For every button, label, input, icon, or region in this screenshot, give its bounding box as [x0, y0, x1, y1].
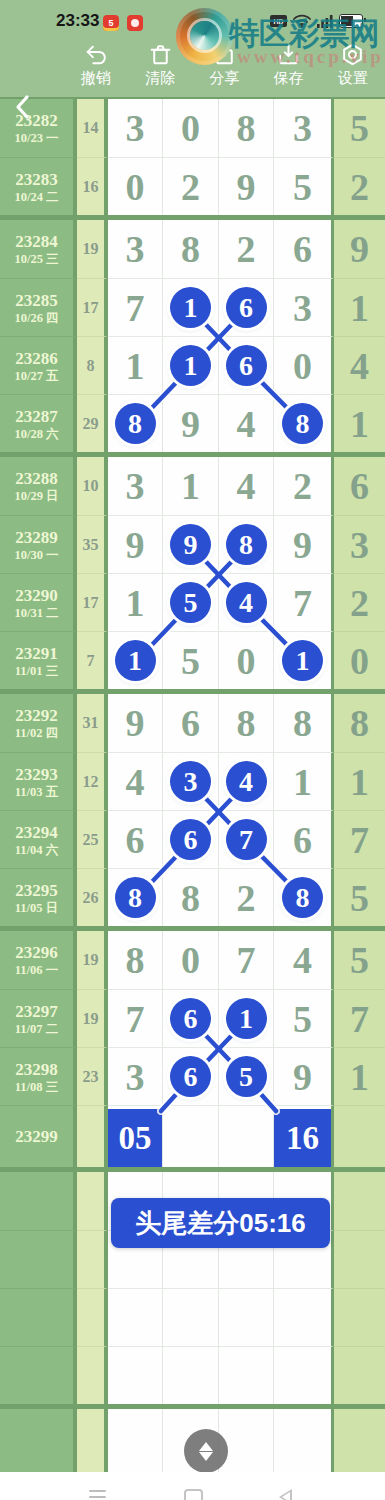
sum-cell: 25	[77, 810, 108, 868]
digit-cell[interactable]	[274, 1288, 334, 1346]
digit-cell[interactable]: 4	[274, 931, 334, 989]
draw-date: 10/28 六	[14, 427, 58, 441]
digit-cell[interactable]	[163, 1288, 219, 1346]
sum-cell	[77, 1409, 108, 1474]
save-button[interactable]: 保存	[257, 42, 321, 86]
tail-digit-cell	[334, 1288, 385, 1346]
period-cell: 2329411/04 六	[0, 810, 77, 868]
sum-cell: 23	[77, 1047, 108, 1105]
digit-cell[interactable]: 9	[219, 157, 274, 215]
digit-cell[interactable]: 6	[274, 220, 334, 278]
sum-cell	[77, 1105, 108, 1167]
draw-date: 11/07 二	[15, 1022, 58, 1036]
digit-cell[interactable]: 7	[219, 810, 274, 868]
sum-cell: 19	[77, 989, 108, 1047]
digit-cell[interactable]: 8	[108, 931, 163, 989]
circled-digit[interactable]: 3	[170, 761, 211, 802]
period-number: 23290	[15, 586, 58, 606]
digit-cell[interactable]: 8	[274, 868, 334, 926]
circled-digit[interactable]: 6	[226, 345, 267, 386]
digit-cell[interactable]	[108, 1346, 163, 1404]
circled-digit[interactable]: 6	[226, 287, 267, 328]
period-number: 23299	[15, 1127, 58, 1147]
digit-cell[interactable]: 0	[163, 99, 219, 157]
sum-cell: 31	[77, 694, 108, 752]
tail-digit-cell: 5	[334, 868, 385, 926]
undo-label: 撤销	[81, 70, 111, 86]
period-number: 23292	[15, 706, 58, 726]
board-row: 2329311/03 五1243411	[0, 752, 385, 810]
period-cell: 2329711/07 二	[0, 989, 77, 1047]
digit-cell[interactable]: 7	[219, 931, 274, 989]
status-time: 23:33	[56, 11, 99, 31]
board-row: 2328610/27 五811604	[0, 336, 385, 394]
board-row: 2328510/26 四1771631	[0, 278, 385, 336]
android-nav-bar	[0, 1472, 385, 1500]
digit-cell[interactable]: 4	[108, 752, 163, 810]
digit-cell[interactable]: 8	[274, 394, 334, 452]
board-row: 2328310/24 二1602952	[0, 157, 385, 215]
digit-cell[interactable]: 9	[163, 515, 219, 573]
period-cell: 2329211/02 四	[0, 694, 77, 752]
board-row: 2328710/28 六2989481	[0, 394, 385, 452]
recents-menu-icon[interactable]	[89, 1490, 106, 1500]
sum-cell: 17	[77, 278, 108, 336]
circled-digit[interactable]: 7	[226, 819, 267, 860]
sum-cell: 29	[77, 394, 108, 452]
period-number: 23287	[15, 407, 58, 427]
digit-cell[interactable]: 8	[163, 868, 219, 926]
settings-icon	[340, 42, 365, 67]
scroll-toggle-button[interactable]	[184, 1429, 228, 1473]
circled-digit[interactable]: 1	[226, 998, 267, 1039]
tail-digit-cell: 7	[334, 989, 385, 1047]
digit-cell[interactable]: 1	[274, 631, 334, 689]
settings-label: 设置	[338, 70, 368, 86]
digit-cell[interactable]: 3	[163, 752, 219, 810]
tail-digit-cell: 2	[334, 157, 385, 215]
period-cell	[0, 1172, 77, 1230]
digit-cell[interactable]: 5	[163, 631, 219, 689]
tail-digit-cell	[334, 1409, 385, 1474]
prediction-box[interactable]: 16	[274, 1109, 331, 1167]
annotation-banner[interactable]: 头尾差分05:16	[111, 1198, 330, 1248]
digit-cell[interactable]: 7	[274, 573, 334, 631]
digit-cell[interactable]: 5	[274, 157, 334, 215]
digit-cell[interactable]	[219, 1105, 274, 1167]
tail-digit-cell	[334, 1346, 385, 1404]
period-number: 23298	[15, 1060, 58, 1080]
period-cell: 2329311/03 五	[0, 752, 77, 810]
board-row: 2329010/31 二1715472	[0, 573, 385, 631]
digit-cell[interactable]: 1	[163, 278, 219, 336]
digit-cell[interactable]: 8	[274, 694, 334, 752]
digit-cell[interactable]	[163, 1105, 219, 1167]
app-screen: 23:33 5 HD 特区彩票网 www.tqcp.vip	[0, 0, 385, 1500]
digit-cell[interactable]: 1	[163, 457, 219, 515]
digit-cell[interactable]: 1	[108, 631, 163, 689]
period-cell	[0, 1288, 77, 1346]
circled-digit[interactable]: 9	[170, 524, 211, 565]
sum-cell: 35	[77, 515, 108, 573]
digit-cell[interactable]: 6	[163, 694, 219, 752]
period-number: 23293	[15, 765, 58, 785]
circled-digit[interactable]: 8	[115, 877, 156, 918]
digit-cell[interactable]: 9	[274, 515, 334, 573]
digit-cell[interactable]	[219, 1288, 274, 1346]
notification-app-icon-2	[127, 15, 143, 31]
clear-label: 清除	[145, 70, 175, 86]
status-bar: 23:33 5 HD	[0, 0, 385, 38]
digit-cell[interactable]: 3	[108, 1047, 163, 1105]
period-cell	[0, 1346, 77, 1404]
undo-icon	[84, 42, 109, 67]
digit-cell[interactable]: 0	[274, 336, 334, 394]
digit-cell[interactable]: 7	[108, 989, 163, 1047]
draw-date: 10/25 三	[14, 252, 58, 266]
period-cell: 2328610/27 五	[0, 336, 77, 394]
sum-cell: 10	[77, 457, 108, 515]
digit-cell[interactable]	[163, 1346, 219, 1404]
period-cell	[0, 1230, 77, 1288]
period-number: 23289	[15, 528, 58, 548]
digit-cell[interactable]: 3	[274, 99, 334, 157]
period-cell: 2328910/30 一	[0, 515, 77, 573]
sum-cell: 17	[77, 573, 108, 631]
digit-cell[interactable]: 7	[108, 278, 163, 336]
prediction-box[interactable]: 05	[108, 1109, 162, 1167]
period-number: 23288	[15, 469, 58, 489]
period-cell: 2328810/29 日	[0, 457, 77, 515]
digit-cell[interactable]: 9	[274, 1047, 334, 1105]
digit-cell[interactable]: 8	[219, 694, 274, 752]
circled-digit[interactable]: 4	[226, 761, 267, 802]
digit-cell[interactable]	[274, 1346, 334, 1404]
digit-cell[interactable]: 0	[219, 631, 274, 689]
scroll-down-icon	[199, 1452, 213, 1461]
tail-digit-cell: 8	[334, 694, 385, 752]
share-button[interactable]: 分享	[192, 42, 256, 86]
sum-cell	[77, 1230, 108, 1288]
sum-cell	[77, 1288, 108, 1346]
period-number: 23284	[15, 232, 58, 252]
board-row: 232990516	[0, 1105, 385, 1167]
digit-cell[interactable]: 1	[219, 989, 274, 1047]
digit-cell[interactable]: 16	[274, 1105, 334, 1167]
hd-badge-icon: HD	[270, 15, 287, 27]
tail-digit-cell: 6	[334, 457, 385, 515]
tail-digit-cell: 1	[334, 394, 385, 452]
board-row: 2328410/25 三1938269	[0, 220, 385, 278]
draw-date: 10/29 日	[14, 489, 58, 503]
home-icon[interactable]	[184, 1489, 203, 1500]
digit-cell[interactable]: 1	[274, 752, 334, 810]
digit-cell[interactable]: 0	[108, 157, 163, 215]
sum-cell: 19	[77, 931, 108, 989]
digit-cell[interactable]: 8	[163, 220, 219, 278]
circled-digit[interactable]: 6	[170, 998, 211, 1039]
board-row: 2329811/08 三2336591	[0, 1047, 385, 1105]
tail-digit-cell: 0	[334, 631, 385, 689]
digit-cell[interactable]: 8	[219, 515, 274, 573]
tail-digit-cell: 3	[334, 515, 385, 573]
period-cell: 2329511/05 日	[0, 868, 77, 926]
digit-cell[interactable]: 6	[219, 278, 274, 336]
digit-cell[interactable]: 1	[108, 573, 163, 631]
wifi-icon	[293, 14, 311, 28]
period-cell	[0, 1409, 77, 1474]
circled-digit[interactable]: 1	[115, 640, 156, 681]
sum-cell: 16	[77, 157, 108, 215]
digit-cell[interactable]: 6	[163, 1047, 219, 1105]
period-cell: 2329811/08 三	[0, 1047, 77, 1105]
sum-cell: 7	[77, 631, 108, 689]
tail-digit-cell	[334, 1172, 385, 1230]
draw-date: 10/26 四	[14, 311, 58, 325]
digit-cell[interactable]: 4	[219, 394, 274, 452]
period-number: 23286	[15, 349, 58, 369]
period-number: 23291	[15, 644, 58, 664]
circled-digit[interactable]: 4	[226, 582, 267, 623]
period-number: 23283	[15, 170, 58, 190]
draw-date: 10/23 一	[14, 131, 58, 145]
board-row: 2329111/01 三715010	[0, 631, 385, 689]
back-button[interactable]	[12, 94, 34, 120]
share-icon	[212, 42, 237, 67]
digit-cell[interactable]: 5	[274, 989, 334, 1047]
save-icon	[276, 42, 301, 67]
tail-digit-cell	[334, 1105, 385, 1167]
toolbar: 撤销 清除 分享 保存	[0, 38, 385, 97]
tail-digit-cell: 5	[334, 931, 385, 989]
board-row: 2328910/30 一3599893	[0, 515, 385, 573]
nav-back-icon[interactable]	[279, 1489, 292, 1500]
digit-cell[interactable]	[219, 1346, 274, 1404]
period-cell: 2328510/26 四	[0, 278, 77, 336]
period-cell: 2329111/01 三	[0, 631, 77, 689]
signal-icon	[317, 15, 333, 28]
circled-digit[interactable]: 1	[170, 345, 211, 386]
sum-cell: 8	[77, 336, 108, 394]
digit-cell[interactable]: 3	[108, 99, 163, 157]
system-status-icons: HD	[270, 14, 363, 28]
digit-cell[interactable]: 4	[219, 573, 274, 631]
circled-digit[interactable]: 8	[115, 403, 156, 444]
digit-cell[interactable]: 1	[163, 336, 219, 394]
board-row: 2329411/04 六2566767	[0, 810, 385, 868]
draw-date: 11/01 三	[15, 664, 58, 678]
sum-cell: 14	[77, 99, 108, 157]
notification-app-icon-1: 5	[103, 15, 119, 31]
circled-digit[interactable]: 1	[170, 287, 211, 328]
draw-date: 10/24 二	[14, 190, 58, 204]
digit-cell[interactable]: 3	[108, 457, 163, 515]
digit-cell[interactable]: 3	[274, 278, 334, 336]
draw-date: 11/04 六	[15, 843, 58, 857]
period-number: 23295	[15, 881, 58, 901]
draw-date: 11/03 五	[15, 785, 58, 799]
digit-cell[interactable]: 6	[219, 336, 274, 394]
digit-cell[interactable]: 3	[108, 220, 163, 278]
period-cell: 2329010/31 二	[0, 573, 77, 631]
digit-cell[interactable]: 5	[219, 1047, 274, 1105]
digit-cell[interactable]: 1	[108, 336, 163, 394]
draw-date: 10/27 五	[14, 369, 58, 383]
period-cell: 2328410/25 三	[0, 220, 77, 278]
period-number: 23296	[15, 943, 58, 963]
save-label: 保存	[274, 70, 304, 86]
period-cell: 2328710/28 六	[0, 394, 77, 452]
board-row	[0, 1346, 385, 1404]
sum-cell: 26	[77, 868, 108, 926]
share-label: 分享	[210, 70, 240, 86]
circled-digit[interactable]: 6	[170, 1056, 211, 1097]
period-number: 23294	[15, 823, 58, 843]
clear-button[interactable]: 清除	[128, 42, 192, 86]
scroll-up-icon	[199, 1442, 213, 1451]
board-row: 2329711/07 二1976157	[0, 989, 385, 1047]
circled-digit[interactable]: 8	[282, 403, 323, 444]
tail-digit-cell: 1	[334, 752, 385, 810]
tail-digit-cell: 5	[334, 99, 385, 157]
sum-cell: 12	[77, 752, 108, 810]
board-row: 2329511/05 日2688285	[0, 868, 385, 926]
draw-date: 11/08 三	[15, 1080, 58, 1094]
digit-cell[interactable]: 9	[108, 694, 163, 752]
digit-cell[interactable]	[219, 1409, 274, 1474]
digit-cell[interactable]: 2	[219, 220, 274, 278]
digit-cell[interactable]: 8	[219, 99, 274, 157]
sum-cell: 19	[77, 220, 108, 278]
sum-cell	[77, 1346, 108, 1404]
circled-digit[interactable]: 1	[282, 640, 323, 681]
digit-cell[interactable]	[108, 1288, 163, 1346]
board-row: 2328210/23 一1430835	[0, 99, 385, 157]
draw-date: 11/02 四	[15, 726, 58, 740]
digit-cell[interactable]: 2	[274, 457, 334, 515]
digit-cell[interactable]: 9	[108, 515, 163, 573]
digit-cell[interactable]	[274, 1409, 334, 1474]
draw-date: 11/06 一	[15, 963, 58, 977]
circled-digit[interactable]: 6	[170, 819, 211, 860]
draw-date: 11/05 日	[15, 901, 58, 915]
digit-cell[interactable]: 5	[163, 573, 219, 631]
battery-icon	[339, 14, 363, 28]
circled-digit[interactable]: 5	[226, 1056, 267, 1097]
period-cell: 2329611/06 一	[0, 931, 77, 989]
board-row: 2329611/06 一1980745	[0, 931, 385, 989]
period-cell: 2328310/24 二	[0, 157, 77, 215]
digit-cell[interactable]	[108, 1409, 163, 1474]
board-row	[0, 1288, 385, 1346]
board-row: 2328810/29 日1031426	[0, 457, 385, 515]
digit-cell[interactable]: 4	[219, 752, 274, 810]
digit-cell[interactable]: 6	[163, 810, 219, 868]
tail-digit-cell: 4	[334, 336, 385, 394]
tail-digit-cell: 9	[334, 220, 385, 278]
digit-cell[interactable]: 9	[163, 394, 219, 452]
board: 2328210/23 一14308352328310/24 二160295223…	[0, 97, 385, 1474]
circled-digit[interactable]: 8	[226, 524, 267, 565]
tail-digit-cell: 1	[334, 1047, 385, 1105]
period-number: 23285	[15, 291, 58, 311]
digit-cell[interactable]: 8	[108, 868, 163, 926]
undo-button[interactable]: 撤销	[64, 42, 128, 86]
digit-cell[interactable]: 05	[108, 1105, 163, 1167]
digit-cell[interactable]: 6	[163, 989, 219, 1047]
digit-cell[interactable]: 0	[163, 931, 219, 989]
digit-cell[interactable]: 2	[219, 868, 274, 926]
digit-cell[interactable]: 6	[274, 810, 334, 868]
period-number: 23297	[15, 1002, 58, 1022]
settings-button[interactable]: 设置	[321, 42, 385, 86]
draw-date: 10/31 二	[14, 606, 58, 620]
circled-digit[interactable]: 8	[282, 877, 323, 918]
digit-cell[interactable]: 4	[219, 457, 274, 515]
sum-cell	[77, 1172, 108, 1230]
tail-digit-cell: 7	[334, 810, 385, 868]
circled-digit[interactable]: 5	[170, 582, 211, 623]
trash-icon	[148, 42, 173, 67]
tail-digit-cell: 2	[334, 573, 385, 631]
period-cell: 23299	[0, 1105, 77, 1167]
board-row: 2329211/02 四3196888	[0, 694, 385, 752]
tail-digit-cell: 1	[334, 278, 385, 336]
digit-cell[interactable]: 6	[108, 810, 163, 868]
draw-date: 10/30 一	[14, 548, 58, 562]
digit-cell[interactable]: 8	[108, 394, 163, 452]
tail-digit-cell	[334, 1230, 385, 1288]
digit-cell[interactable]: 2	[163, 157, 219, 215]
